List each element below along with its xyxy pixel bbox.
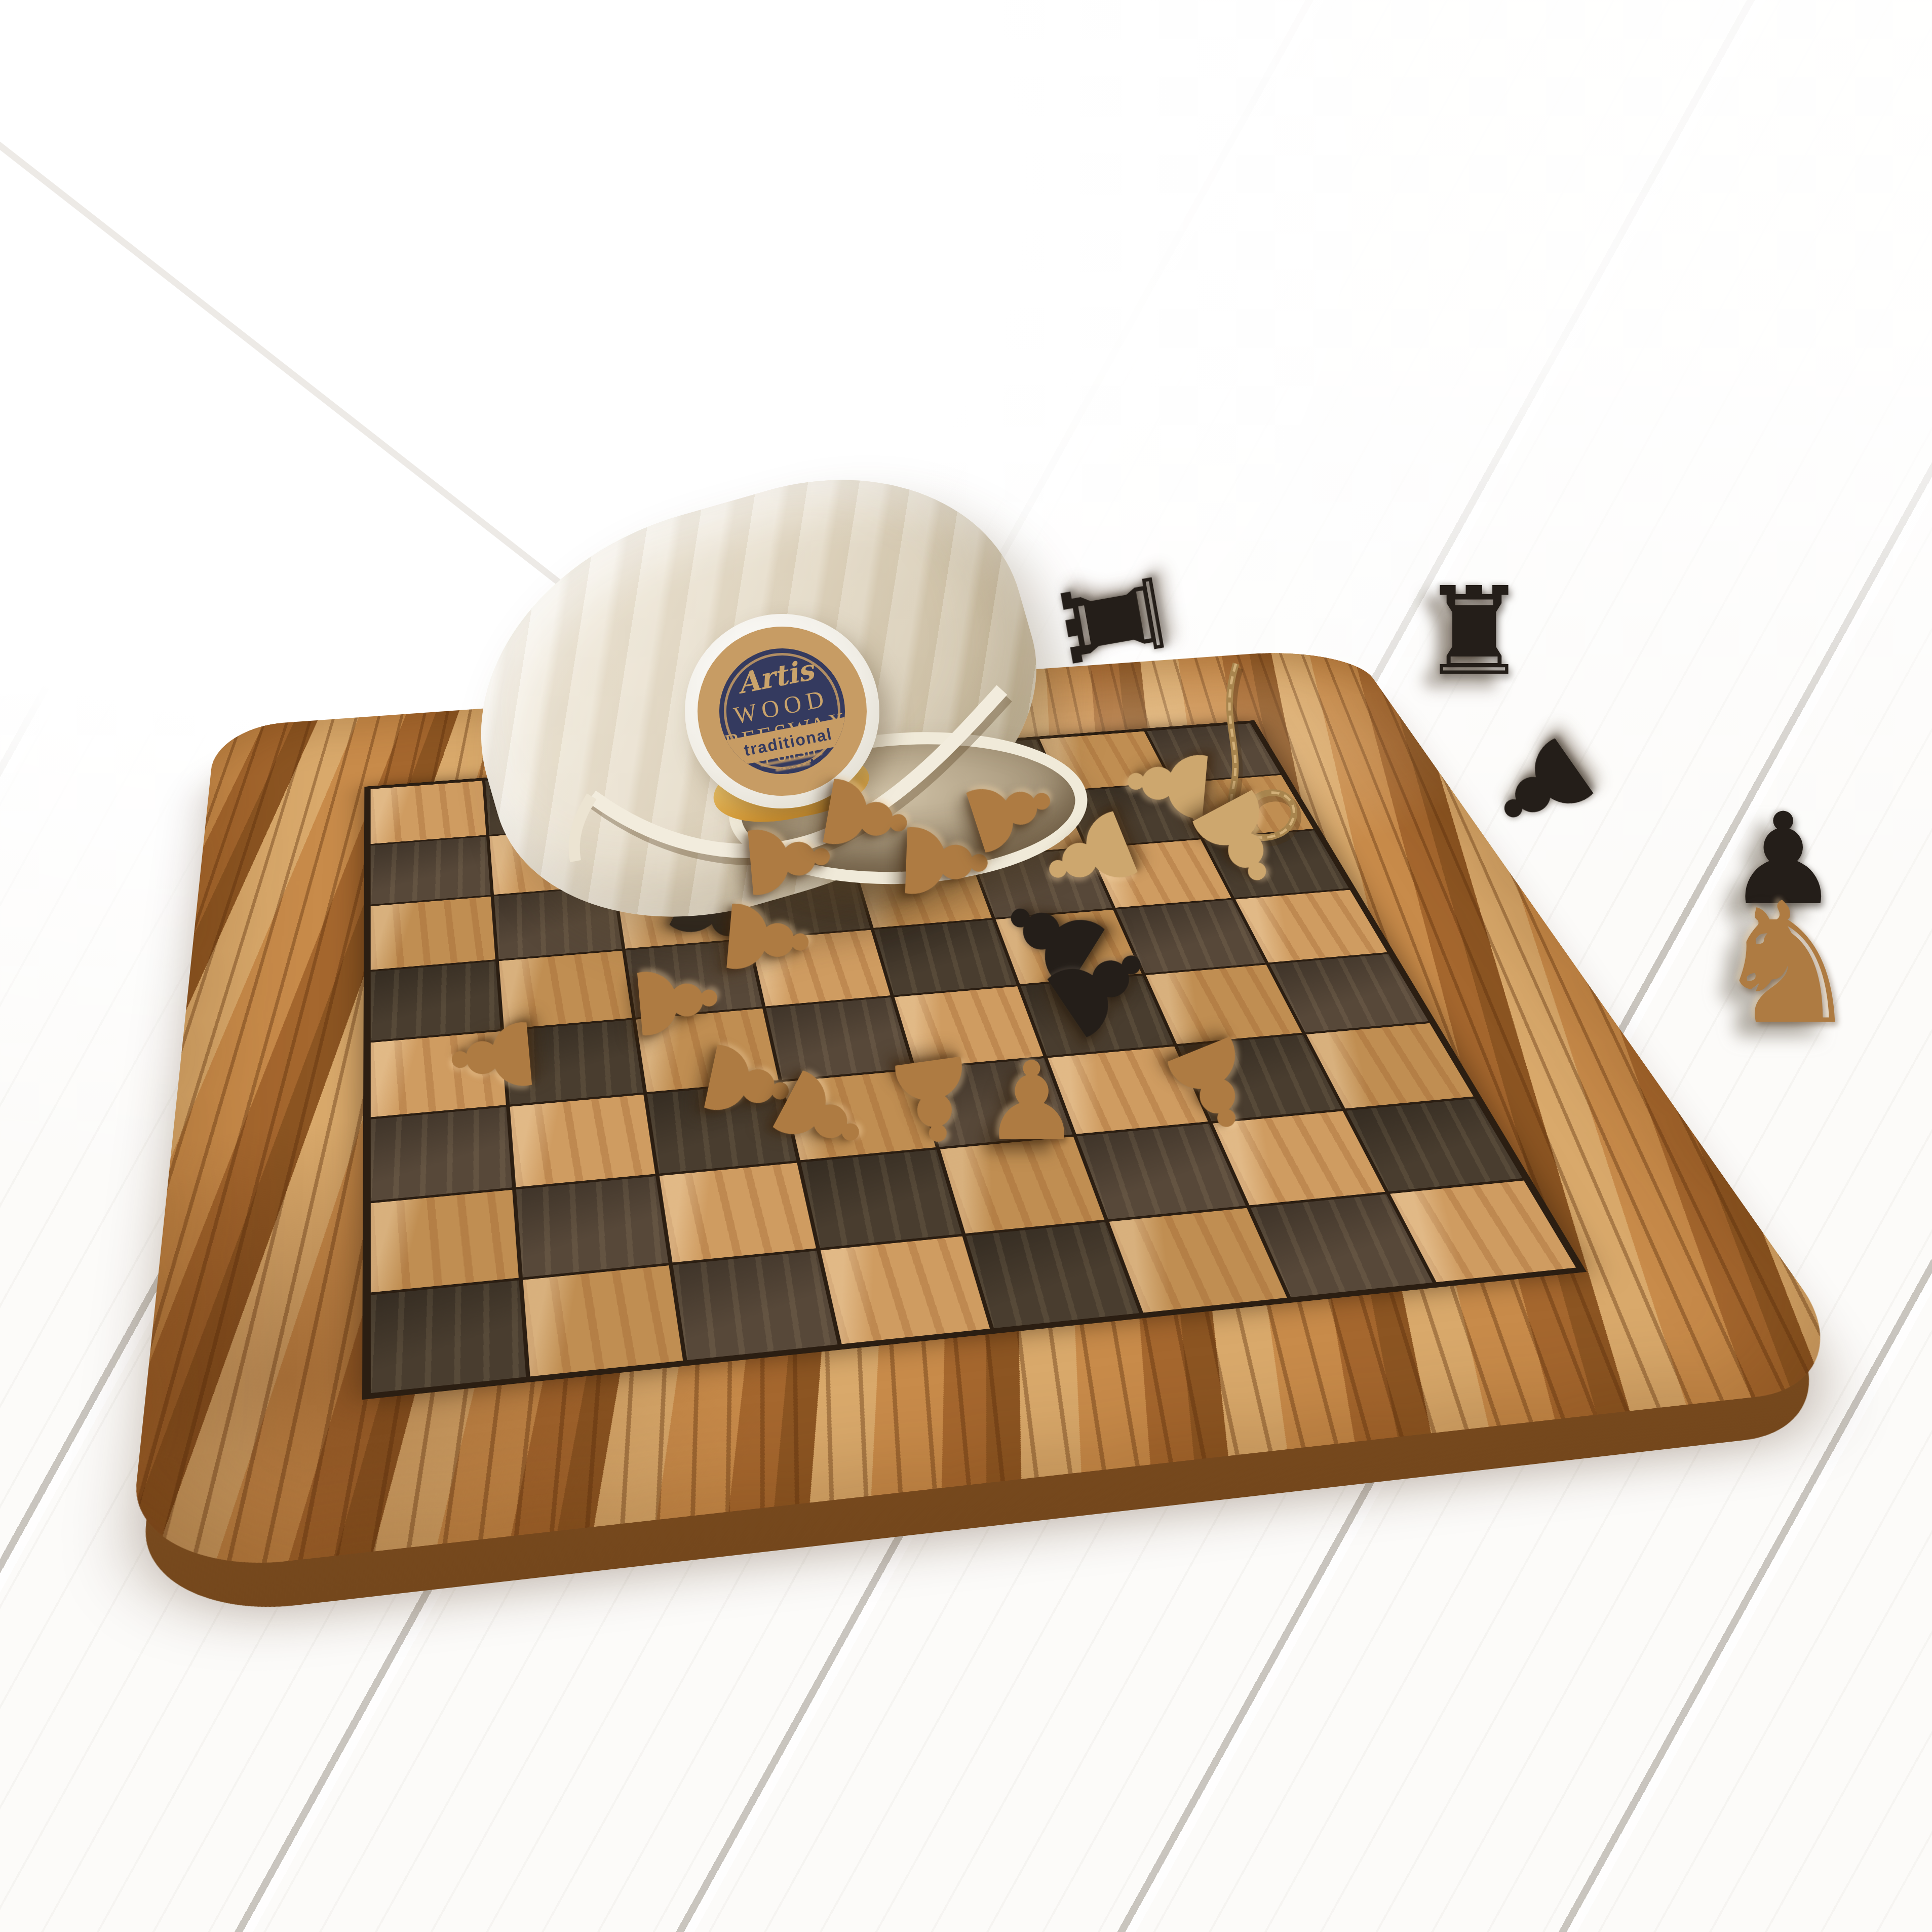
dark-pawn-lying: ♟ <box>1466 714 1618 863</box>
light-pawn-lying: ♟ <box>876 1037 990 1162</box>
dark-rook-standing-board: ♜ <box>1420 571 1529 692</box>
pieces: ♜♜♟♟♞♟♟♟♟♟♟♟♟♟♟♟♟♟♟♟♟♟ <box>0 0 1932 1932</box>
scene: ♟ Artis WOOD BEESWAX Polish traditional … <box>0 0 1932 1932</box>
light-knight-standing-table: ♞ <box>1712 880 1862 1048</box>
dark-rook-lying: ♜ <box>1042 553 1187 687</box>
light-pawn-standing-board: ♟ <box>983 1047 1080 1155</box>
light-pawn-lying: ♟ <box>1145 1014 1282 1157</box>
light-pawn-lying: ♟ <box>436 1004 550 1109</box>
